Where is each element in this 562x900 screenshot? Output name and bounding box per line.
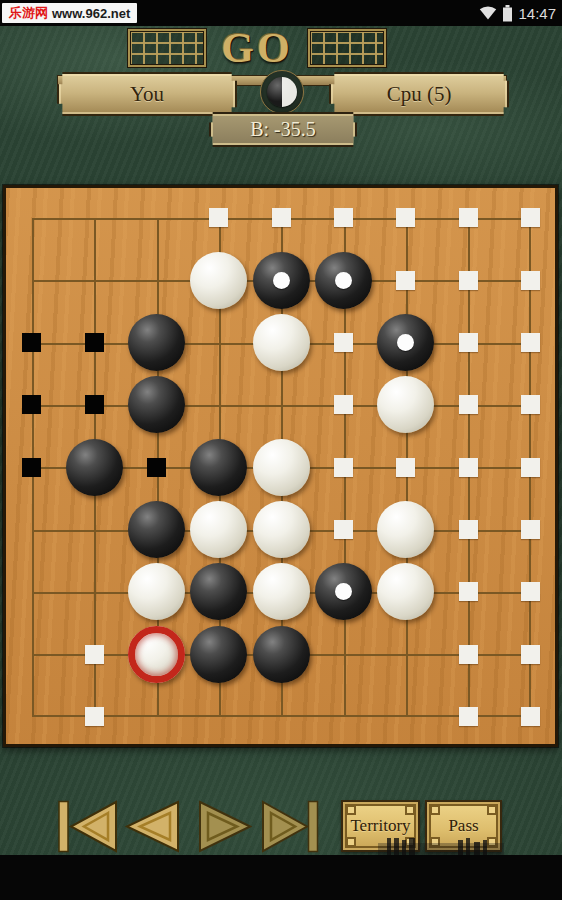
last-move-marker	[128, 626, 185, 683]
white-territory-marker	[396, 208, 415, 227]
black-territory-marker	[85, 395, 104, 414]
half-stone-icon	[267, 77, 297, 107]
board-intersection[interactable]	[125, 249, 187, 311]
board-intersection[interactable]	[499, 498, 561, 560]
white-stone	[377, 501, 434, 558]
white-territory-marker	[396, 458, 415, 477]
corner-ornament	[430, 805, 440, 815]
territory-button-label: Territory	[350, 816, 410, 836]
board-intersection[interactable]	[188, 498, 250, 560]
board-intersection[interactable]	[250, 436, 312, 498]
app-title-banner: GO	[128, 27, 386, 69]
board-intersection[interactable]	[437, 561, 499, 623]
board-intersection[interactable]	[1, 685, 63, 747]
app-title: GO	[221, 28, 292, 68]
android-nav-bar	[0, 855, 562, 900]
watermark-site-name: 乐游网	[9, 4, 48, 22]
board-intersection[interactable]	[250, 187, 312, 249]
board-intersection[interactable]	[63, 311, 125, 373]
board-intersection[interactable]	[312, 436, 374, 498]
white-territory-marker	[459, 333, 478, 352]
board-intersection[interactable]	[312, 374, 374, 436]
board-intersection[interactable]	[63, 374, 125, 436]
white-stone	[128, 563, 185, 620]
board-intersection[interactable]	[375, 249, 437, 311]
white-territory-marker	[459, 271, 478, 290]
board-intersection[interactable]	[1, 498, 63, 560]
board-intersection[interactable]	[499, 374, 561, 436]
black-territory-marker	[147, 458, 166, 477]
watermark-url: www.962.net	[52, 6, 130, 21]
black-stone	[128, 376, 185, 433]
white-territory-marker	[334, 208, 353, 227]
white-territory-marker	[459, 208, 478, 227]
white-territory-marker	[396, 271, 415, 290]
board-intersection[interactable]	[250, 685, 312, 747]
black-stone	[253, 626, 310, 683]
corner-ornament	[346, 837, 356, 847]
white-stone	[190, 252, 247, 309]
go-board	[3, 185, 558, 747]
board-intersection[interactable]	[312, 623, 374, 685]
board-intersection[interactable]	[375, 498, 437, 560]
white-stone	[128, 626, 185, 683]
score-text: B: -35.5	[250, 118, 316, 141]
board-intersection[interactable]	[63, 249, 125, 311]
white-territory-marker	[334, 395, 353, 414]
black-stone	[190, 563, 247, 620]
board-intersection[interactable]	[1, 623, 63, 685]
board-intersection[interactable]	[125, 374, 187, 436]
white-territory-marker	[521, 582, 540, 601]
white-territory-marker	[334, 520, 353, 539]
status-bar: 乐游网 www.962.net 14:47	[0, 0, 562, 26]
player-right-name: Cpu (5)	[387, 82, 452, 107]
skip-to-start-button[interactable]	[57, 800, 118, 853]
board-intersection[interactable]	[312, 187, 374, 249]
board-intersection[interactable]	[250, 498, 312, 560]
wifi-icon	[479, 6, 497, 20]
board-intersection[interactable]	[188, 436, 250, 498]
board-intersection[interactable]	[125, 623, 187, 685]
board-intersection[interactable]	[499, 187, 561, 249]
board-intersection[interactable]	[1, 187, 63, 249]
watermark-badge: 乐游网 www.962.net	[2, 3, 137, 23]
board-intersection[interactable]	[63, 187, 125, 249]
board-intersection[interactable]	[125, 685, 187, 747]
title-ornament-right-icon	[308, 29, 386, 67]
white-territory-marker	[521, 271, 540, 290]
black-territory-marker	[22, 458, 41, 477]
white-territory-marker	[459, 520, 478, 539]
board-intersection[interactable]	[188, 685, 250, 747]
white-territory-marker	[272, 208, 291, 227]
white-stone	[377, 376, 434, 433]
dead-stone-marker	[335, 583, 352, 600]
black-stone	[190, 626, 247, 683]
white-territory-marker	[521, 458, 540, 477]
turn-indicator	[260, 70, 304, 114]
battery-icon	[502, 5, 513, 22]
board-intersection[interactable]	[250, 561, 312, 623]
board-intersection[interactable]	[312, 498, 374, 560]
board-intersection[interactable]	[188, 311, 250, 373]
score-badge: B: -35.5	[209, 112, 357, 147]
board-intersection[interactable]	[312, 311, 374, 373]
board-intersection[interactable]	[312, 249, 374, 311]
player-left-name: You	[130, 82, 164, 107]
board-intersection[interactable]	[499, 685, 561, 747]
white-territory-marker	[521, 395, 540, 414]
first-move-bar-icon	[59, 802, 68, 852]
board-intersection[interactable]	[63, 436, 125, 498]
board-intersection[interactable]	[188, 249, 250, 311]
board-intersection[interactable]	[188, 561, 250, 623]
corner-ornament	[405, 805, 415, 815]
black-stone	[128, 314, 185, 371]
board-intersection[interactable]	[375, 311, 437, 373]
title-ornament-left-icon	[128, 29, 206, 67]
white-territory-marker	[459, 458, 478, 477]
white-territory-marker	[459, 707, 478, 726]
skip-to-end-button[interactable]	[261, 800, 319, 853]
black-territory-marker	[85, 333, 104, 352]
board-intersection[interactable]	[312, 561, 374, 623]
board-intersection[interactable]	[188, 374, 250, 436]
board-intersection[interactable]	[437, 685, 499, 747]
white-stone	[253, 314, 310, 371]
board-intersection[interactable]	[250, 623, 312, 685]
black-territory-marker	[22, 333, 41, 352]
board-intersection[interactable]	[188, 623, 250, 685]
corner-ornament	[487, 805, 497, 815]
white-stone	[377, 563, 434, 620]
dead-stone-marker	[335, 272, 352, 289]
white-territory-marker	[85, 707, 104, 726]
white-territory-marker	[334, 333, 353, 352]
board-intersection[interactable]	[125, 187, 187, 249]
black-stone	[253, 252, 310, 309]
board-intersection[interactable]	[499, 249, 561, 311]
last-move-bar-icon	[309, 802, 318, 852]
white-territory-marker	[459, 582, 478, 601]
board-intersection[interactable]	[437, 249, 499, 311]
white-territory-marker	[521, 707, 540, 726]
step-forward-button[interactable]	[198, 800, 252, 853]
screen: { "game": "go", "board_size": 9, "mode":…	[0, 0, 562, 900]
dead-stone-marker	[397, 334, 414, 351]
white-territory-marker	[521, 645, 540, 664]
board-intersection[interactable]	[250, 374, 312, 436]
board-intersection[interactable]	[125, 436, 187, 498]
white-territory-marker	[209, 208, 228, 227]
board-intersection[interactable]	[437, 187, 499, 249]
white-territory-marker	[521, 208, 540, 227]
board-intersection[interactable]	[1, 249, 63, 311]
black-stone	[315, 563, 372, 620]
board-intersection[interactable]	[437, 374, 499, 436]
black-stone	[377, 314, 434, 371]
white-territory-marker	[334, 458, 353, 477]
board-intersection[interactable]	[437, 623, 499, 685]
board-intersection[interactable]	[63, 561, 125, 623]
board-intersection[interactable]	[375, 623, 437, 685]
status-icons: 14:47	[479, 0, 556, 26]
board-intersection[interactable]	[188, 187, 250, 249]
white-territory-marker	[521, 333, 540, 352]
board-intersection[interactable]	[437, 436, 499, 498]
corner-ornament	[346, 805, 356, 815]
board-intersection[interactable]	[499, 561, 561, 623]
board-cells	[1, 187, 562, 748]
board-intersection[interactable]	[1, 311, 63, 373]
board-intersection[interactable]	[375, 374, 437, 436]
board-intersection[interactable]	[499, 311, 561, 373]
clock: 14:47	[518, 5, 556, 22]
black-stone	[190, 439, 247, 496]
step-back-button[interactable]	[123, 800, 180, 853]
board-intersection[interactable]	[437, 498, 499, 560]
board-intersection[interactable]	[312, 685, 374, 747]
board-intersection[interactable]	[125, 311, 187, 373]
board-intersection[interactable]	[437, 311, 499, 373]
board-intersection[interactable]	[125, 498, 187, 560]
player-left-plaque: You	[57, 72, 237, 116]
fast-forward-triangle-icon	[263, 802, 307, 851]
board-intersection[interactable]	[250, 249, 312, 311]
white-stone	[253, 563, 310, 620]
board-intersection[interactable]	[63, 623, 125, 685]
board-intersection[interactable]	[375, 187, 437, 249]
white-stone	[190, 501, 247, 558]
black-territory-marker	[22, 395, 41, 414]
dead-stone-marker	[273, 272, 290, 289]
black-stone	[315, 252, 372, 309]
white-territory-marker	[85, 645, 104, 664]
board-intersection[interactable]	[375, 436, 437, 498]
black-stone	[66, 439, 123, 496]
white-territory-marker	[459, 645, 478, 664]
board-intersection[interactable]	[1, 561, 63, 623]
board-intersection[interactable]	[63, 685, 125, 747]
white-territory-marker	[459, 395, 478, 414]
board-intersection[interactable]	[1, 374, 63, 436]
white-territory-marker	[521, 520, 540, 539]
board-intersection[interactable]	[499, 436, 561, 498]
board-intersection[interactable]	[375, 685, 437, 747]
board-intersection[interactable]	[125, 561, 187, 623]
pass-button-label: Pass	[448, 816, 478, 836]
board-intersection[interactable]	[375, 561, 437, 623]
board-intersection[interactable]	[499, 623, 561, 685]
board-intersection[interactable]	[250, 311, 312, 373]
black-stone	[128, 501, 185, 558]
player-right-plaque: Cpu (5)	[329, 72, 509, 116]
board-intersection[interactable]	[1, 436, 63, 498]
board-intersection[interactable]	[63, 498, 125, 560]
white-stone	[253, 439, 310, 496]
white-stone	[253, 501, 310, 558]
